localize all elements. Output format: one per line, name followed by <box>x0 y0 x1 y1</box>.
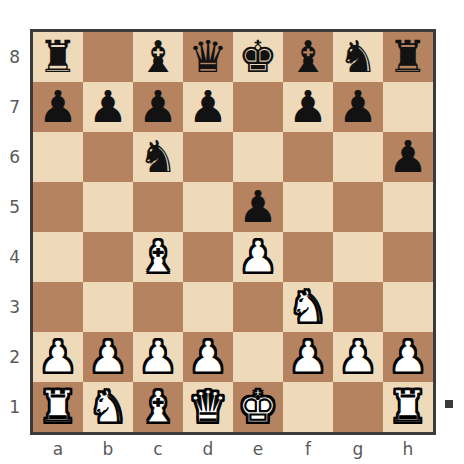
white-pawn[interactable]: ♟ <box>38 332 77 382</box>
square-c8[interactable]: ♝ <box>133 32 183 82</box>
black-pawn[interactable]: ♟ <box>138 82 177 132</box>
square-c6[interactable]: ♞ <box>133 132 183 182</box>
square-b3[interactable] <box>83 282 133 332</box>
rank-label-2: 2 <box>2 332 24 382</box>
file-label-d: d <box>183 438 233 460</box>
square-a2[interactable]: ♟ <box>33 332 83 382</box>
rank-label-7: 7 <box>2 82 24 132</box>
black-pawn[interactable]: ♟ <box>88 82 127 132</box>
black-pawn[interactable]: ♟ <box>338 82 377 132</box>
square-g2[interactable]: ♟ <box>333 332 383 382</box>
square-b6[interactable] <box>83 132 133 182</box>
square-c4[interactable]: ♝ <box>133 232 183 282</box>
square-g6[interactable] <box>333 132 383 182</box>
chess-diagram: 87654321 ♜♝♛♚♝♞♜♟♟♟♟♟♟♞♟♟♝♟♞♟♟♟♟♟♟♟♜♞♝♛♚… <box>0 0 464 464</box>
square-f4[interactable] <box>283 232 333 282</box>
black-bishop[interactable]: ♝ <box>138 32 177 82</box>
white-pawn[interactable]: ♟ <box>288 332 327 382</box>
square-g8[interactable]: ♞ <box>333 32 383 82</box>
square-d2[interactable]: ♟ <box>183 332 233 382</box>
white-pawn[interactable]: ♟ <box>338 332 377 382</box>
square-f7[interactable]: ♟ <box>283 82 333 132</box>
square-g5[interactable] <box>333 182 383 232</box>
file-label-c: c <box>133 438 183 460</box>
black-pawn[interactable]: ♟ <box>38 82 77 132</box>
square-h2[interactable]: ♟ <box>383 332 433 382</box>
white-pawn[interactable]: ♟ <box>238 232 277 282</box>
file-label-b: b <box>83 438 133 460</box>
black-queen[interactable]: ♛ <box>188 32 227 82</box>
black-pawn[interactable]: ♟ <box>238 182 277 232</box>
chess-board: ♜♝♛♚♝♞♜♟♟♟♟♟♟♞♟♟♝♟♞♟♟♟♟♟♟♟♜♞♝♛♚♜ <box>30 29 436 435</box>
file-label-e: e <box>233 438 283 460</box>
square-e1[interactable]: ♚ <box>233 382 283 432</box>
black-rook[interactable]: ♜ <box>388 32 427 82</box>
white-king[interactable]: ♚ <box>238 382 277 432</box>
square-g7[interactable]: ♟ <box>333 82 383 132</box>
square-h3[interactable] <box>383 282 433 332</box>
square-d8[interactable]: ♛ <box>183 32 233 82</box>
square-a7[interactable]: ♟ <box>33 82 83 132</box>
rank-labels: 87654321 <box>2 32 24 432</box>
square-e3[interactable] <box>233 282 283 332</box>
white-pawn[interactable]: ♟ <box>188 332 227 382</box>
white-bishop[interactable]: ♝ <box>138 382 177 432</box>
square-b8[interactable] <box>83 32 133 82</box>
square-a3[interactable] <box>33 282 83 332</box>
black-knight[interactable]: ♞ <box>338 32 377 82</box>
square-b7[interactable]: ♟ <box>83 82 133 132</box>
file-labels: abcdefgh <box>33 438 433 460</box>
square-h1[interactable]: ♜ <box>383 382 433 432</box>
rank-label-1: 1 <box>2 382 24 432</box>
square-e7[interactable] <box>233 82 283 132</box>
black-pawn[interactable]: ♟ <box>388 132 427 182</box>
rank-label-8: 8 <box>2 32 24 82</box>
square-e8[interactable]: ♚ <box>233 32 283 82</box>
square-c3[interactable] <box>133 282 183 332</box>
rank-label-5: 5 <box>2 182 24 232</box>
square-a5[interactable] <box>33 182 83 232</box>
square-f2[interactable]: ♟ <box>283 332 333 382</box>
white-pawn[interactable]: ♟ <box>88 332 127 382</box>
square-c1[interactable]: ♝ <box>133 382 183 432</box>
square-e5[interactable]: ♟ <box>233 182 283 232</box>
black-bishop[interactable]: ♝ <box>288 32 327 82</box>
square-h7[interactable] <box>383 82 433 132</box>
rank-label-6: 6 <box>2 132 24 182</box>
square-e4[interactable]: ♟ <box>233 232 283 282</box>
white-knight[interactable]: ♞ <box>288 282 327 332</box>
square-c5[interactable] <box>133 182 183 232</box>
square-a4[interactable] <box>33 232 83 282</box>
square-a1[interactable]: ♜ <box>33 382 83 432</box>
square-c7[interactable]: ♟ <box>133 82 183 132</box>
rank-label-3: 3 <box>2 282 24 332</box>
square-e6[interactable] <box>233 132 283 182</box>
white-pawn[interactable]: ♟ <box>388 332 427 382</box>
black-rook[interactable]: ♜ <box>38 32 77 82</box>
square-b2[interactable]: ♟ <box>83 332 133 382</box>
square-d4[interactable] <box>183 232 233 282</box>
square-a8[interactable]: ♜ <box>33 32 83 82</box>
square-d7[interactable]: ♟ <box>183 82 233 132</box>
square-b1[interactable]: ♞ <box>83 382 133 432</box>
square-b5[interactable] <box>83 182 133 232</box>
square-g3[interactable] <box>333 282 383 332</box>
white-rook[interactable]: ♜ <box>38 382 77 432</box>
white-bishop[interactable]: ♝ <box>138 232 177 282</box>
white-queen[interactable]: ♛ <box>188 382 227 432</box>
file-label-a: a <box>33 438 83 460</box>
square-c2[interactable]: ♟ <box>133 332 183 382</box>
board-grid: ♜♝♛♚♝♞♜♟♟♟♟♟♟♞♟♟♝♟♞♟♟♟♟♟♟♟♜♞♝♛♚♜ <box>33 32 433 432</box>
file-label-f: f <box>283 438 333 460</box>
rank-label-4: 4 <box>2 232 24 282</box>
square-f1[interactable] <box>283 382 333 432</box>
square-h4[interactable] <box>383 232 433 282</box>
square-h5[interactable] <box>383 182 433 232</box>
black-pawn[interactable]: ♟ <box>188 82 227 132</box>
square-d1[interactable]: ♛ <box>183 382 233 432</box>
square-f3[interactable]: ♞ <box>283 282 333 332</box>
black-knight[interactable]: ♞ <box>138 132 177 182</box>
file-label-h: h <box>383 438 433 460</box>
black-king[interactable]: ♚ <box>238 32 277 82</box>
square-f5[interactable] <box>283 182 333 232</box>
white-rook[interactable]: ♜ <box>388 382 427 432</box>
file-label-g: g <box>333 438 383 460</box>
square-f6[interactable] <box>283 132 333 182</box>
black-pawn[interactable]: ♟ <box>288 82 327 132</box>
square-d3[interactable] <box>183 282 233 332</box>
square-d6[interactable] <box>183 132 233 182</box>
square-h8[interactable]: ♜ <box>383 32 433 82</box>
square-f8[interactable]: ♝ <box>283 32 333 82</box>
square-d5[interactable] <box>183 182 233 232</box>
white-knight[interactable]: ♞ <box>88 382 127 432</box>
white-pawn[interactable]: ♟ <box>138 332 177 382</box>
square-e2[interactable] <box>233 332 283 382</box>
square-g1[interactable] <box>333 382 383 432</box>
square-g4[interactable] <box>333 232 383 282</box>
square-h6[interactable]: ♟ <box>383 132 433 182</box>
side-to-move-indicator <box>445 400 453 408</box>
square-a6[interactable] <box>33 132 83 182</box>
square-b4[interactable] <box>83 232 133 282</box>
